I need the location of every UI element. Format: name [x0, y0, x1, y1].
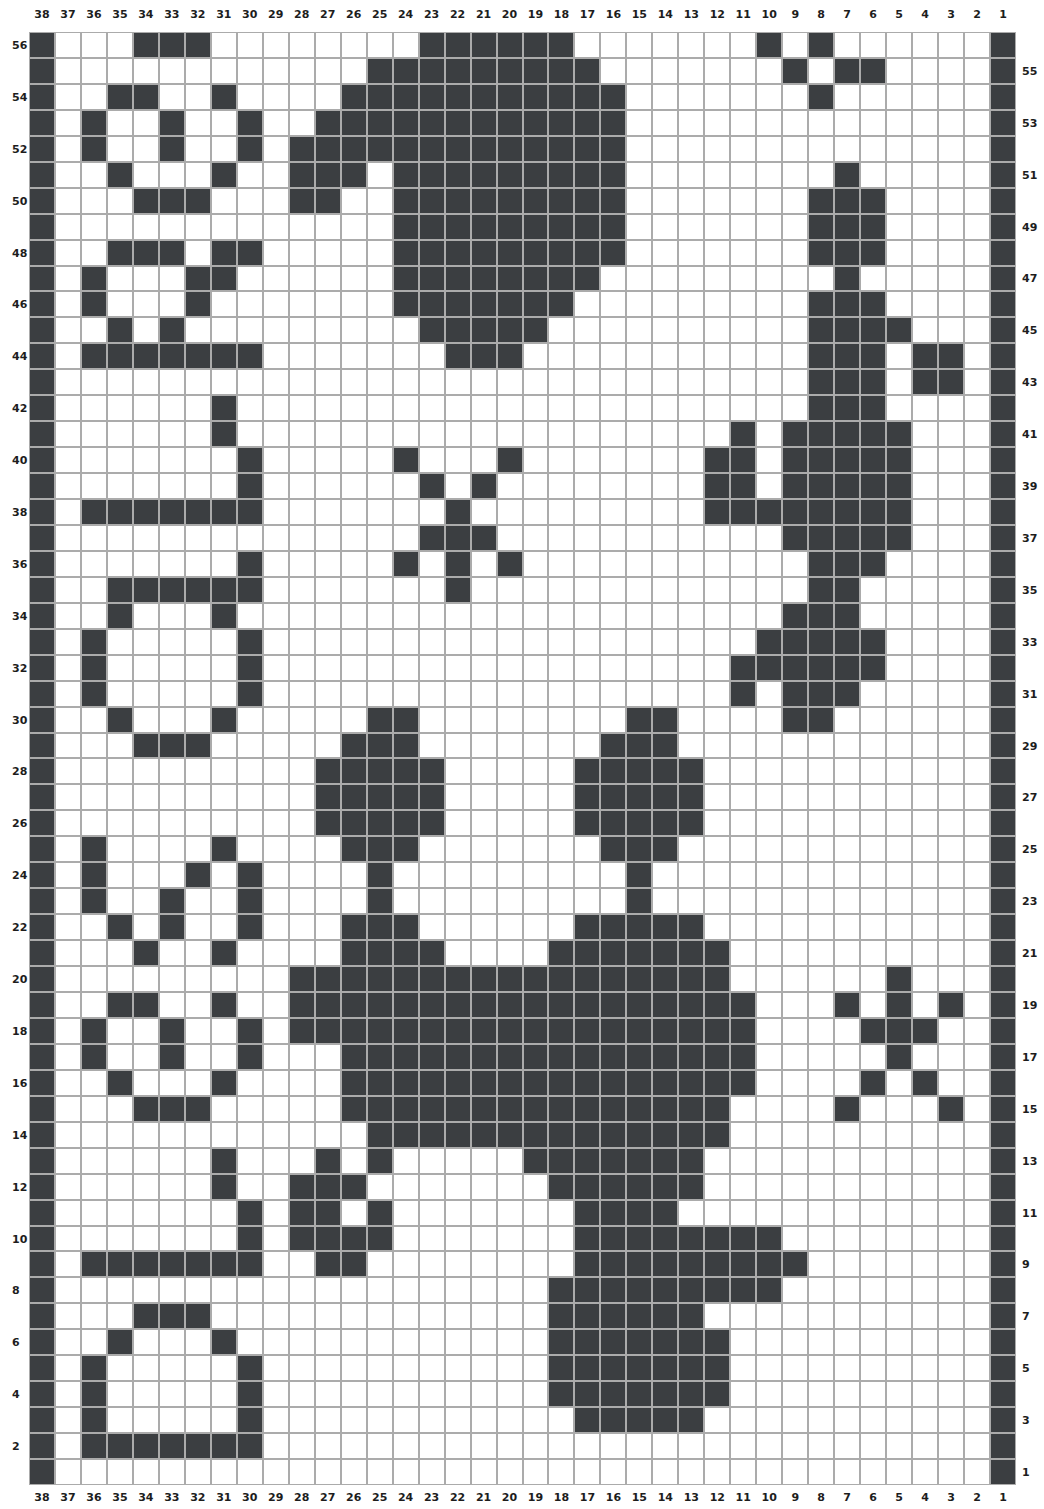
grid-cell: [81, 758, 107, 784]
grid-cell: [548, 1277, 574, 1303]
grid-cell: [81, 473, 107, 499]
grid-cell: [938, 551, 964, 577]
row-label-left: 56: [12, 39, 27, 50]
grid-cell: [704, 1433, 730, 1459]
grid-cell: [367, 914, 393, 940]
grid-cell: [159, 577, 185, 603]
grid-cell: [548, 1355, 574, 1381]
row-label-left: 36: [12, 558, 27, 569]
grid-cell: [315, 1251, 341, 1277]
grid-cell: [756, 266, 782, 292]
grid-cell: [419, 1251, 445, 1277]
grid-cell: [523, 707, 549, 733]
grid-cell: [471, 84, 497, 110]
grid-cell: [652, 447, 678, 473]
grid-cell: [445, 84, 471, 110]
grid-cell: [263, 862, 289, 888]
grid-cell: [652, 266, 678, 292]
grid-cell: [912, 629, 938, 655]
grid-cell: [860, 733, 886, 759]
grid-cell: [886, 1070, 912, 1096]
grid-cell: [289, 629, 315, 655]
grid-cell: [652, 369, 678, 395]
grid-cell: [315, 499, 341, 525]
grid-cell: [808, 862, 834, 888]
grid-cell: [263, 836, 289, 862]
grid-cell: [185, 992, 211, 1018]
grid-cell: [782, 1277, 808, 1303]
grid-cell: [912, 1070, 938, 1096]
col-label-top: 26: [346, 9, 361, 20]
grid-cell: [263, 447, 289, 473]
grid-cell: [497, 1018, 523, 1044]
grid-cell: [159, 681, 185, 707]
grid-cell: [912, 84, 938, 110]
grid-cell: [782, 421, 808, 447]
grid-cell: [808, 551, 834, 577]
grid-cell: [938, 733, 964, 759]
grid-cell: [29, 1122, 55, 1148]
grid-cell: [81, 1459, 107, 1485]
grid-cell: [678, 551, 704, 577]
grid-cell: [419, 266, 445, 292]
grid-cell: [964, 291, 990, 317]
grid-cell: [523, 291, 549, 317]
grid-cell: [315, 1070, 341, 1096]
grid-cell: [289, 992, 315, 1018]
grid-cell: [471, 914, 497, 940]
grid-cell: [678, 110, 704, 136]
grid-cell: [808, 836, 834, 862]
grid-cell: [159, 655, 185, 681]
grid-cell: [55, 1226, 81, 1252]
grid-cell: [860, 603, 886, 629]
col-label-bottom: 17: [580, 1492, 595, 1503]
grid-cell: [834, 214, 860, 240]
grid-cell: [678, 343, 704, 369]
grid-cell: [289, 940, 315, 966]
grid-cell: [289, 1148, 315, 1174]
grid-cell: [55, 421, 81, 447]
grid-cell: [289, 1096, 315, 1122]
grid-cell: [600, 1096, 626, 1122]
grid-cell: [419, 577, 445, 603]
grid-cell: [730, 317, 756, 343]
grid-cell: [964, 655, 990, 681]
grid-cell: [107, 629, 133, 655]
grid-cell: [315, 810, 341, 836]
grid-cell: [886, 655, 912, 681]
grid-cell: [263, 1459, 289, 1485]
grid-cell: [185, 1148, 211, 1174]
grid-cell: [782, 1303, 808, 1329]
row-label-left: 32: [12, 662, 27, 673]
grid-cell: [159, 810, 185, 836]
grid-cell: [756, 1459, 782, 1485]
grid-cell: [393, 1407, 419, 1433]
grid-cell: [315, 395, 341, 421]
grid-cell: [704, 966, 730, 992]
grid-cell: [523, 214, 549, 240]
grid-cell: [730, 551, 756, 577]
grid-cell: [860, 681, 886, 707]
grid-cell: [523, 421, 549, 447]
grid-cell: [964, 317, 990, 343]
grid-cell: [341, 1381, 367, 1407]
grid-cell: [730, 1407, 756, 1433]
grid-cell: [159, 84, 185, 110]
grid-cell: [964, 1096, 990, 1122]
grid-cell: [419, 1122, 445, 1148]
grid-cell: [497, 162, 523, 188]
grid-cell: [107, 317, 133, 343]
grid-cell: [782, 992, 808, 1018]
grid-cell: [289, 1433, 315, 1459]
grid-cell: [704, 84, 730, 110]
grid-cell: [600, 525, 626, 551]
grid-cell: [938, 888, 964, 914]
grid-cell: [341, 1070, 367, 1096]
grid-cell: [133, 1070, 159, 1096]
grid-cell: [782, 784, 808, 810]
grid-cell: [860, 58, 886, 84]
grid-cell: [886, 473, 912, 499]
grid-cell: [938, 369, 964, 395]
grid-cell: [990, 603, 1016, 629]
grid-cell: [756, 1407, 782, 1433]
grid-cell: [367, 1329, 393, 1355]
grid-cell: [315, 1407, 341, 1433]
col-label-bottom: 9: [791, 1492, 799, 1503]
grid-cell: [211, 447, 237, 473]
grid-cell: [548, 862, 574, 888]
grid-cell: [886, 1018, 912, 1044]
grid-cell: [678, 84, 704, 110]
grid-cell: [912, 966, 938, 992]
grid-cell: [29, 317, 55, 343]
grid-cell: [782, 681, 808, 707]
grid-cell: [990, 1277, 1016, 1303]
grid-cell: [185, 136, 211, 162]
grid-cell: [159, 525, 185, 551]
grid-cell: [886, 1174, 912, 1200]
grid-cell: [574, 1433, 600, 1459]
grid-cell: [523, 888, 549, 914]
grid-cell: [808, 784, 834, 810]
grid-cell: [548, 395, 574, 421]
grid-cell: [55, 110, 81, 136]
grid-cell: [107, 369, 133, 395]
grid-cell: [523, 1148, 549, 1174]
grid-cell: [860, 1148, 886, 1174]
grid-cell: [393, 421, 419, 447]
grid-cell: [782, 84, 808, 110]
grid-cell: [834, 888, 860, 914]
grid-cell: [964, 447, 990, 473]
grid-cell: [938, 1096, 964, 1122]
grid-cell: [730, 136, 756, 162]
grid-cell: [704, 1355, 730, 1381]
grid-cell: [211, 32, 237, 58]
grid-cell: [756, 343, 782, 369]
grid-cell: [782, 343, 808, 369]
grid-cell: [237, 58, 263, 84]
grid-cell: [237, 447, 263, 473]
grid-cell: [678, 32, 704, 58]
col-label-bottom: 3: [947, 1492, 955, 1503]
grid-cell: [211, 1044, 237, 1070]
grid-cell: [419, 84, 445, 110]
grid-cell: [574, 1459, 600, 1485]
grid-cell: [185, 84, 211, 110]
grid-cell: [211, 888, 237, 914]
grid-cell: [730, 240, 756, 266]
grid-cell: [782, 499, 808, 525]
grid-cell: [81, 421, 107, 447]
grid-cell: [834, 1277, 860, 1303]
grid-cell: [263, 84, 289, 110]
grid-cell: [55, 655, 81, 681]
grid-cell: [237, 136, 263, 162]
col-label-top: 17: [580, 9, 595, 20]
grid-cell: [289, 914, 315, 940]
grid-cell: [808, 395, 834, 421]
grid-cell: [497, 395, 523, 421]
grid-cell: [419, 317, 445, 343]
grid-cell: [600, 84, 626, 110]
grid-cell: [133, 447, 159, 473]
grid-cell: [29, 32, 55, 58]
grid-cell: [133, 110, 159, 136]
grid-cell: [704, 1277, 730, 1303]
grid-cell: [497, 551, 523, 577]
pattern-chart-page: 3837363534333231302928272625242322212019…: [0, 0, 1044, 1509]
grid-cell: [237, 1381, 263, 1407]
grid-cell: [912, 1174, 938, 1200]
grid-cell: [81, 110, 107, 136]
grid-cell: [81, 1381, 107, 1407]
grid-cell: [964, 1226, 990, 1252]
grid-cell: [367, 940, 393, 966]
grid-cell: [834, 136, 860, 162]
grid-cell: [185, 1433, 211, 1459]
grid-cell: [55, 32, 81, 58]
grid-cell: [471, 1381, 497, 1407]
grid-cell: [938, 421, 964, 447]
grid-cell: [289, 1329, 315, 1355]
grid-cell: [886, 395, 912, 421]
grid-cell: [678, 629, 704, 655]
grid-cell: [730, 681, 756, 707]
grid-cell: [574, 1070, 600, 1096]
grid-cell: [990, 58, 1016, 84]
grid-cell: [263, 940, 289, 966]
grid-cell: [29, 733, 55, 759]
grid-cell: [678, 1174, 704, 1200]
grid-cell: [107, 992, 133, 1018]
grid-cell: [860, 110, 886, 136]
grid-cell: [652, 188, 678, 214]
grid-cell: [704, 188, 730, 214]
grid-cell: [185, 447, 211, 473]
grid-cell: [652, 395, 678, 421]
grid-cell: [55, 473, 81, 499]
grid-cell: [497, 58, 523, 84]
grid-cell: [860, 992, 886, 1018]
grid-cell: [445, 940, 471, 966]
grid-cell: [652, 733, 678, 759]
grid-cell: [419, 784, 445, 810]
grid-cell: [938, 1174, 964, 1200]
grid-cell: [678, 1433, 704, 1459]
col-label-top: 4: [921, 9, 929, 20]
grid-cell: [782, 1148, 808, 1174]
grid-cell: [133, 1355, 159, 1381]
grid-cell: [289, 499, 315, 525]
grid-cell: [600, 1070, 626, 1096]
grid-cell: [107, 1329, 133, 1355]
grid-cell: [29, 577, 55, 603]
grid-cell: [678, 1329, 704, 1355]
grid-cell: [964, 1433, 990, 1459]
grid-cell: [990, 447, 1016, 473]
grid-cell: [990, 317, 1016, 343]
grid-cell: [523, 369, 549, 395]
grid-cell: [523, 1329, 549, 1355]
grid-cell: [107, 655, 133, 681]
grid-cell: [652, 1018, 678, 1044]
grid-cell: [860, 421, 886, 447]
grid-cell: [600, 707, 626, 733]
grid-cell: [419, 1096, 445, 1122]
grid-cell: [445, 577, 471, 603]
grid-cell: [730, 1251, 756, 1277]
grid-cell: [471, 707, 497, 733]
grid-cell: [730, 369, 756, 395]
col-label-top: 7: [843, 9, 851, 20]
grid-cell: [678, 395, 704, 421]
grid-cell: [367, 888, 393, 914]
grid-cell: [263, 681, 289, 707]
grid-cell: [263, 240, 289, 266]
grid-cell: [548, 1044, 574, 1070]
grid-cell: [730, 888, 756, 914]
grid-cell: [445, 1303, 471, 1329]
grid-cell: [419, 1459, 445, 1485]
grid-cell: [211, 1433, 237, 1459]
grid-cell: [289, 317, 315, 343]
grid-cell: [756, 1018, 782, 1044]
grid-cell: [548, 1303, 574, 1329]
grid-cell: [756, 681, 782, 707]
grid-cell: [419, 1303, 445, 1329]
grid-cell: [860, 966, 886, 992]
grid-cell: [523, 655, 549, 681]
grid-cell: [81, 162, 107, 188]
grid-cell: [497, 655, 523, 681]
grid-cell: [912, 162, 938, 188]
grid-cell: [341, 862, 367, 888]
grid-cell: [548, 473, 574, 499]
grid-cell: [600, 1329, 626, 1355]
grid-cell: [990, 136, 1016, 162]
grid-cell: [185, 1044, 211, 1070]
grid-cell: [912, 266, 938, 292]
grid-cell: [445, 1226, 471, 1252]
grid-cell: [548, 784, 574, 810]
grid-cell: [938, 940, 964, 966]
grid-cell: [523, 58, 549, 84]
grid-cell: [55, 1303, 81, 1329]
grid-cell: [81, 84, 107, 110]
grid-cell: [704, 1251, 730, 1277]
grid-cell: [367, 1122, 393, 1148]
grid-cell: [81, 32, 107, 58]
grid-cell: [782, 629, 808, 655]
grid-cell: [315, 551, 341, 577]
grid-cell: [497, 32, 523, 58]
grid-cell: [133, 525, 159, 551]
grid-cell: [834, 810, 860, 836]
grid-cell: [938, 1044, 964, 1070]
grid-cell: [133, 992, 159, 1018]
grid-cell: [341, 240, 367, 266]
grid-cell: [445, 1433, 471, 1459]
grid-cell: [730, 421, 756, 447]
grid-cell: [574, 1226, 600, 1252]
grid-cell: [497, 110, 523, 136]
grid-cell: [497, 240, 523, 266]
grid-cell: [912, 940, 938, 966]
col-label-top: 9: [791, 9, 799, 20]
grid-cell: [523, 551, 549, 577]
row-label-left: 10: [12, 1233, 27, 1244]
grid-cell: [289, 473, 315, 499]
grid-cell: [367, 110, 393, 136]
grid-cell: [159, 758, 185, 784]
grid-cell: [938, 499, 964, 525]
grid-cell: [626, 1251, 652, 1277]
grid-cell: [782, 888, 808, 914]
grid-cell: [912, 1303, 938, 1329]
grid-cell: [315, 525, 341, 551]
grid-cell: [808, 291, 834, 317]
grid-cell: [471, 1018, 497, 1044]
grid-cell: [29, 758, 55, 784]
grid-cell: [185, 32, 211, 58]
grid-cell: [756, 1433, 782, 1459]
grid-cell: [912, 1122, 938, 1148]
grid-cell: [133, 629, 159, 655]
grid-cell: [341, 551, 367, 577]
grid-cell: [289, 136, 315, 162]
grid-cell: [860, 1096, 886, 1122]
grid-cell: [159, 1018, 185, 1044]
grid-cell: [678, 992, 704, 1018]
grid-cell: [782, 603, 808, 629]
grid-cell: [574, 1381, 600, 1407]
grid-cell: [159, 836, 185, 862]
grid-cell: [990, 1329, 1016, 1355]
grid-cell: [81, 369, 107, 395]
grid-cell: [704, 1018, 730, 1044]
grid-cell: [107, 681, 133, 707]
grid-cell: [990, 758, 1016, 784]
grid-cell: [289, 758, 315, 784]
grid-cell: [29, 1433, 55, 1459]
grid-cell: [678, 603, 704, 629]
grid-cell: [756, 629, 782, 655]
